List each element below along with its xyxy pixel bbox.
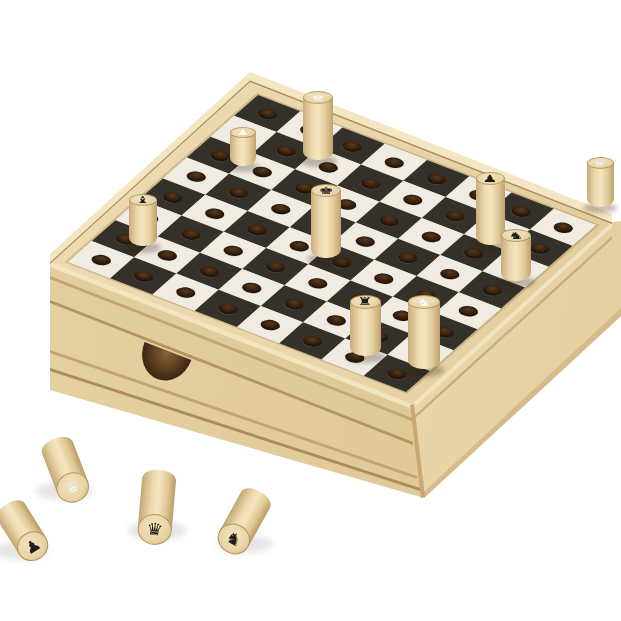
black-queen-icon: ♛ (145, 520, 163, 538)
black-knight-icon: ♞ (222, 528, 244, 550)
product-photo: ♚♟♛♟♝♚♞♜♞ ♛♟♛♞ (0, 0, 621, 621)
loose-pegs-layer: ♛♟♛♞ (0, 0, 621, 621)
loose-peg-black-queen[interactable]: ♛ (137, 469, 177, 538)
black-pawn-icon: ♟ (22, 535, 44, 557)
white-queen-icon: ♛ (62, 477, 83, 498)
